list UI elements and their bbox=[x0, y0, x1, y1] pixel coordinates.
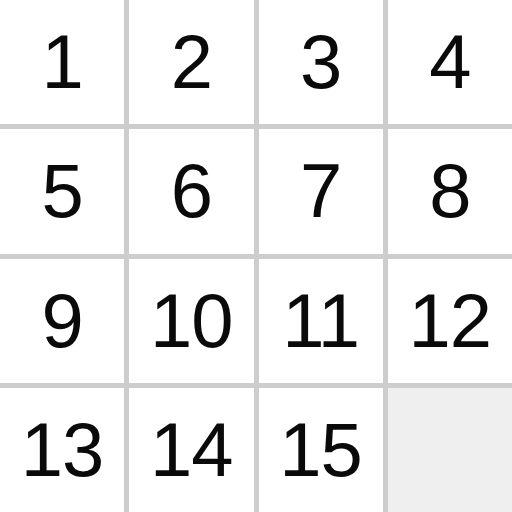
tile-number: 10 bbox=[150, 283, 233, 359]
tile-number: 9 bbox=[41, 283, 82, 359]
tile-8[interactable]: 8 bbox=[388, 129, 512, 253]
tile-number: 5 bbox=[41, 153, 82, 229]
tile-number: 12 bbox=[409, 283, 492, 359]
tile-2[interactable]: 2 bbox=[129, 0, 253, 124]
tile-4[interactable]: 4 bbox=[388, 0, 512, 124]
tile-12[interactable]: 12 bbox=[388, 259, 512, 383]
tile-11[interactable]: 11 bbox=[259, 259, 383, 383]
tile-15[interactable]: 15 bbox=[259, 388, 383, 512]
tile-number: 13 bbox=[21, 412, 104, 488]
tile-number: 1 bbox=[41, 24, 82, 100]
tile-7[interactable]: 7 bbox=[259, 129, 383, 253]
tile-number: 6 bbox=[171, 153, 212, 229]
tile-13[interactable]: 13 bbox=[0, 388, 124, 512]
tile-number: 11 bbox=[282, 283, 359, 359]
tile-number: 4 bbox=[429, 24, 470, 100]
tile-9[interactable]: 9 bbox=[0, 259, 124, 383]
tile-6[interactable]: 6 bbox=[129, 129, 253, 253]
tile-10[interactable]: 10 bbox=[129, 259, 253, 383]
tile-number: 3 bbox=[300, 24, 341, 100]
tile-14[interactable]: 14 bbox=[129, 388, 253, 512]
tile-number: 7 bbox=[300, 153, 341, 229]
tile-3[interactable]: 3 bbox=[259, 0, 383, 124]
tile-5[interactable]: 5 bbox=[0, 129, 124, 253]
tile-number: 15 bbox=[279, 412, 362, 488]
tile-number: 14 bbox=[150, 412, 233, 488]
empty-cell bbox=[388, 388, 512, 512]
tile-number: 2 bbox=[171, 24, 212, 100]
tile-1[interactable]: 1 bbox=[0, 0, 124, 124]
puzzle-board: 123456789101112131415 bbox=[0, 0, 512, 512]
tile-number: 8 bbox=[429, 153, 470, 229]
